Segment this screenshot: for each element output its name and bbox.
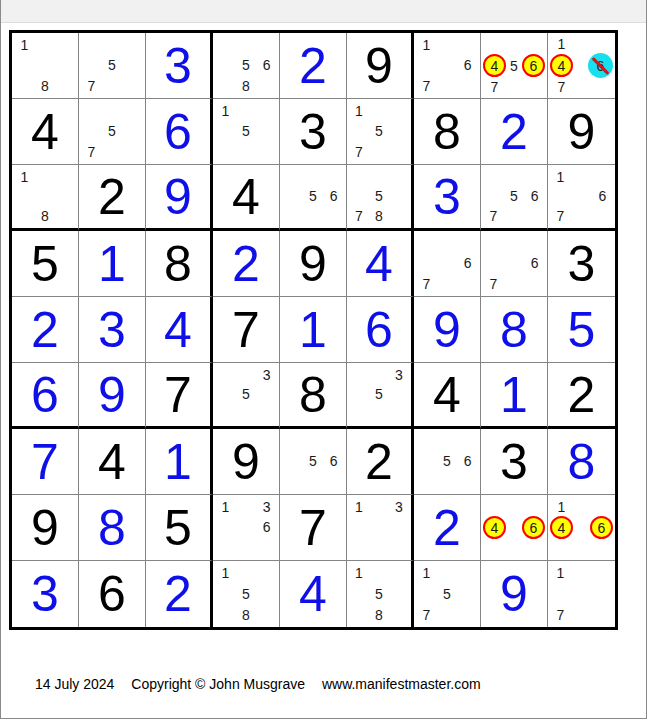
candidate-text: 1 (557, 170, 565, 184)
footer-website[interactable]: www.manifestmaster.com (322, 676, 481, 692)
candidate-text: 3 (395, 500, 403, 514)
candidate-text: 5 (242, 387, 250, 401)
given-digit: 9 (568, 107, 596, 157)
candidate-text: 6 (522, 516, 545, 539)
given-digit: 2 (365, 437, 393, 487)
candidate-text: 8 (41, 209, 49, 223)
solved-digit: 2 (500, 107, 528, 157)
candidate-text: 6 (464, 454, 472, 468)
candidate-text: 6 (522, 54, 545, 77)
cell-r4c6[interactable]: 4 (347, 231, 414, 297)
candidate-1[interactable]: 1 (550, 563, 571, 584)
candidate-8[interactable]: 8 (236, 76, 257, 96)
candidate-1[interactable]: 1 (416, 35, 437, 55)
candidate-7[interactable]: 7 (349, 142, 369, 162)
solved-digit: 6 (365, 305, 393, 355)
cell-r5c3[interactable]: 4 (146, 297, 213, 363)
candidate-text: 6 (464, 256, 472, 270)
candidate-5[interactable]: 5 (102, 121, 123, 141)
cell-r9c2[interactable]: 6 (79, 561, 146, 627)
cell-r2c1[interactable]: 4 (12, 99, 79, 165)
pencil-grid: 35 (213, 363, 279, 426)
cell-r9c8[interactable]: 9 (481, 561, 548, 627)
given-digit: 2 (98, 172, 126, 222)
candidate-8[interactable]: 8 (35, 206, 56, 226)
candidate-1[interactable]: 1 (416, 563, 437, 584)
candidate-5[interactable]: 5 (236, 584, 257, 605)
cell-r3c3[interactable]: 9 (146, 165, 213, 231)
candidate-circled-6[interactable]: 6 (590, 516, 613, 539)
given-digit: 5 (164, 503, 192, 553)
solved-digit: 2 (433, 503, 461, 553)
candidate-text: 5 (443, 587, 451, 601)
candidate-text: 1 (355, 500, 363, 514)
candidate-5[interactable]: 5 (303, 451, 324, 471)
candidate-text: 6 (599, 189, 607, 203)
candidate-text: 7 (489, 209, 497, 223)
candidate-6[interactable]: 6 (457, 55, 478, 75)
given-digit: 4 (31, 107, 59, 157)
solved-digit: 4 (164, 305, 192, 355)
solved-digit: 9 (164, 172, 192, 222)
pencil-grid: 56 (280, 429, 346, 494)
cell-r8c7[interactable]: 2 (414, 495, 481, 561)
solved-digit: 6 (164, 107, 192, 157)
candidate-text: 7 (558, 80, 566, 94)
candidate-text: 3 (395, 368, 403, 382)
solved-digit: 5 (568, 305, 596, 355)
candidate-6[interactable]: 6 (323, 451, 344, 471)
cell-r8c9[interactable]: 146 (548, 495, 615, 561)
cell-r8c6[interactable]: 13 (347, 495, 414, 561)
cell-r8c4[interactable]: 136 (213, 495, 280, 561)
pencil-grid: 4567 (481, 33, 547, 98)
given-digit: 2 (568, 370, 596, 420)
cell-r9c4[interactable]: 158 (213, 561, 280, 627)
solved-digit: 7 (31, 437, 59, 487)
cell-r6c7[interactable]: 4 (414, 363, 481, 429)
candidate-5[interactable]: 5 (506, 54, 522, 77)
candidate-text: 5 (375, 124, 383, 138)
candidate-7[interactable]: 7 (550, 78, 573, 96)
solved-digit: 1 (299, 305, 327, 355)
candidate-text: 5 (242, 124, 250, 138)
given-digit: 9 (31, 503, 59, 553)
cell-r4c8[interactable]: 67 (481, 231, 548, 297)
candidate-7[interactable]: 7 (550, 604, 571, 625)
candidate-text: 5 (375, 387, 383, 401)
candidate-text: 4 (550, 516, 573, 539)
candidate-8[interactable]: 8 (35, 76, 56, 96)
candidate-text: 5 (375, 587, 383, 601)
candidate-7[interactable]: 7 (349, 206, 369, 226)
candidate-7[interactable]: 7 (81, 76, 102, 96)
candidate-8[interactable]: 8 (236, 604, 257, 625)
candidate-text: 8 (242, 79, 250, 93)
cell-r3c7[interactable]: 3 (414, 165, 481, 231)
cell-r6c6[interactable]: 35 (347, 363, 414, 429)
given-digit: 5 (31, 239, 59, 289)
candidate-7[interactable]: 7 (81, 142, 102, 162)
cell-r3c1[interactable]: 18 (12, 165, 79, 231)
candidate-7[interactable]: 7 (483, 206, 504, 226)
candidate-1[interactable]: 1 (550, 167, 571, 187)
cell-r3c9[interactable]: 167 (548, 165, 615, 231)
cell-r9c7[interactable]: 157 (414, 561, 481, 627)
solved-digit: 8 (500, 305, 528, 355)
pencil-grid: 46 (481, 495, 547, 560)
pencil-grid: 56 (414, 429, 480, 494)
solved-digit: 9 (433, 305, 461, 355)
cell-r5c4[interactable]: 7 (213, 297, 280, 363)
given-digit: 7 (164, 370, 192, 420)
cell-r2c5[interactable]: 3 (280, 99, 347, 165)
candidate-5[interactable]: 5 (236, 385, 257, 405)
candidate-5[interactable]: 5 (369, 385, 389, 405)
cell-r1c7[interactable]: 167 (414, 33, 481, 99)
given-digit: 7 (299, 503, 327, 553)
cell-r1c4[interactable]: 568 (213, 33, 280, 99)
pencil-grid: 17 (548, 561, 615, 627)
solved-digit: 6 (31, 370, 59, 420)
candidate-text: 1 (355, 566, 363, 580)
cell-r1c3[interactable]: 3 (146, 33, 213, 99)
cell-r8c8[interactable]: 46 (481, 495, 548, 561)
solved-digit: 3 (164, 41, 192, 91)
solved-digit: 8 (98, 503, 126, 553)
cell-r9c3[interactable]: 2 (146, 561, 213, 627)
candidate-text: 1 (221, 500, 229, 514)
candidate-text: 7 (355, 145, 363, 159)
candidate-text: 1 (557, 566, 565, 580)
candidate-3[interactable]: 3 (389, 365, 409, 385)
sudoku-board: 1857356829167456714674576153157829182945… (9, 30, 618, 630)
pencil-grid: 35 (347, 363, 411, 426)
cell-r3c5[interactable]: 56 (280, 165, 347, 231)
pencil-grid: 1467 (548, 33, 615, 98)
candidate-8[interactable]: 8 (369, 604, 389, 625)
given-digit: 9 (299, 239, 327, 289)
candidate-text: 6 (263, 58, 271, 72)
cell-r7c9[interactable]: 8 (548, 429, 615, 495)
cell-r8c1[interactable]: 9 (12, 495, 79, 561)
cell-r4c2[interactable]: 1 (79, 231, 146, 297)
cell-r7c8[interactable]: 3 (481, 429, 548, 495)
candidate-1[interactable]: 1 (215, 497, 236, 517)
candidate-eliminated-6[interactable]: 6 (588, 53, 613, 78)
cell-r2c9[interactable]: 9 (548, 99, 615, 165)
cell-r1c6[interactable]: 9 (347, 33, 414, 99)
cell-r6c8[interactable]: 1 (481, 363, 548, 429)
candidate-6[interactable]: 6 (524, 187, 545, 207)
solved-digit: 3 (31, 569, 59, 619)
cell-r8c5[interactable]: 7 (280, 495, 347, 561)
candidate-text: 7 (355, 209, 363, 223)
cell-r3c4[interactable]: 4 (213, 165, 280, 231)
cell-r7c6[interactable]: 2 (347, 429, 414, 495)
solved-digit: 2 (31, 305, 59, 355)
candidate-5[interactable]: 5 (437, 451, 458, 471)
pencil-grid: 57 (79, 99, 145, 164)
candidate-text: 8 (375, 209, 383, 223)
candidate-text: 5 (510, 189, 518, 203)
cell-r4c7[interactable]: 67 (414, 231, 481, 297)
candidate-circled-4[interactable]: 4 (550, 516, 573, 539)
cell-r7c2[interactable]: 4 (79, 429, 146, 495)
candidate-text: 1 (558, 37, 566, 51)
candidate-text: 1 (558, 500, 566, 514)
cell-r4c1[interactable]: 5 (12, 231, 79, 297)
solved-digit: 1 (164, 437, 192, 487)
cell-r4c9[interactable]: 3 (548, 231, 615, 297)
solved-digit: 2 (299, 41, 327, 91)
candidate-text: 8 (375, 608, 383, 622)
cell-r7c5[interactable]: 56 (280, 429, 347, 495)
candidate-text: 1 (20, 38, 28, 52)
pencil-grid: 158 (213, 561, 279, 627)
candidate-text: 6 (330, 454, 338, 468)
cell-r2c2[interactable]: 57 (79, 99, 146, 165)
cell-r6c4[interactable]: 35 (213, 363, 280, 429)
cell-r6c2[interactable]: 9 (79, 363, 146, 429)
candidate-text: 7 (491, 80, 499, 94)
cell-r5c8[interactable]: 8 (481, 297, 548, 363)
candidate-text: 7 (87, 79, 95, 93)
candidate-5[interactable]: 5 (303, 187, 324, 207)
candidate-7[interactable]: 7 (416, 604, 437, 625)
given-digit: 8 (164, 239, 192, 289)
pencil-grid: 146 (548, 495, 615, 560)
cell-r5c9[interactable]: 5 (548, 297, 615, 363)
candidate-1[interactable]: 1 (349, 101, 369, 121)
given-digit: 8 (299, 370, 327, 420)
candidate-3[interactable]: 3 (256, 497, 277, 517)
candidate-text: 5 (375, 189, 383, 203)
candidate-text: 6 (588, 53, 613, 78)
cell-r7c7[interactable]: 56 (414, 429, 481, 495)
pencil-grid: 57 (79, 33, 145, 98)
candidate-circled-6[interactable]: 6 (522, 516, 545, 539)
cell-r7c4[interactable]: 9 (213, 429, 280, 495)
candidate-text: 1 (422, 38, 430, 52)
cell-r3c8[interactable]: 567 (481, 165, 548, 231)
candidate-1[interactable]: 1 (215, 563, 236, 584)
candidate-5[interactable]: 5 (102, 55, 123, 75)
cell-r1c5[interactable]: 2 (280, 33, 347, 99)
cell-r2c3[interactable]: 6 (146, 99, 213, 165)
pencil-grid: 18 (12, 33, 78, 98)
pencil-grid: 15 (213, 99, 279, 164)
cell-r4c4[interactable]: 2 (213, 231, 280, 297)
candidate-text: 7 (422, 608, 430, 622)
candidate-5[interactable]: 5 (437, 584, 458, 605)
cell-r6c3[interactable]: 7 (146, 363, 213, 429)
candidate-7[interactable]: 7 (483, 274, 504, 294)
candidate-8[interactable]: 8 (369, 206, 389, 226)
cell-r5c1[interactable]: 2 (12, 297, 79, 363)
pencil-grid: 67 (414, 231, 480, 296)
cell-r9c9[interactable]: 17 (548, 561, 615, 627)
given-digit: 9 (232, 437, 260, 487)
footer: 14 July 2024 Copyright © John Musgrave w… (35, 676, 494, 692)
candidate-text: 1 (355, 104, 363, 118)
given-digit: 8 (433, 107, 461, 157)
cell-r1c1[interactable]: 18 (12, 33, 79, 99)
cell-r8c2[interactable]: 8 (79, 495, 146, 561)
candidate-text: 5 (242, 587, 250, 601)
cell-r2c4[interactable]: 15 (213, 99, 280, 165)
candidate-text: 7 (557, 209, 565, 223)
candidate-text: 5 (309, 189, 317, 203)
given-digit: 7 (232, 305, 260, 355)
cell-r5c5[interactable]: 1 (280, 297, 347, 363)
candidate-text: 8 (242, 608, 250, 622)
candidate-text: 7 (422, 79, 430, 93)
candidate-text: 5 (242, 58, 250, 72)
pencil-grid: 568 (213, 33, 279, 98)
solved-digit: 3 (433, 172, 461, 222)
solved-digit: 9 (98, 370, 126, 420)
candidate-text: 7 (422, 277, 430, 291)
solved-digit: 3 (98, 305, 126, 355)
given-digit: 4 (433, 370, 461, 420)
candidate-6[interactable]: 6 (592, 187, 613, 207)
candidate-1[interactable]: 1 (215, 101, 236, 121)
pencil-grid: 136 (213, 495, 279, 560)
cell-r9c6[interactable]: 158 (347, 561, 414, 627)
candidate-1[interactable]: 1 (550, 497, 573, 516)
candidate-circled-4[interactable]: 4 (550, 53, 573, 78)
given-digit: 3 (568, 239, 596, 289)
cell-r3c6[interactable]: 578 (347, 165, 414, 231)
candidate-text: 6 (464, 58, 472, 72)
candidate-text: 6 (263, 520, 271, 534)
candidate-7[interactable]: 7 (416, 274, 437, 294)
cell-r2c6[interactable]: 157 (347, 99, 414, 165)
candidate-6[interactable]: 6 (524, 253, 545, 273)
candidate-5[interactable]: 5 (504, 187, 525, 207)
footer-copyright: Copyright © John Musgrave (131, 676, 305, 692)
candidate-text: 5 (309, 454, 317, 468)
candidate-text: 5 (443, 454, 451, 468)
solved-digit: 1 (500, 370, 528, 420)
candidate-text: 3 (263, 368, 271, 382)
given-digit: 3 (299, 107, 327, 157)
pencil-grid: 167 (414, 33, 480, 98)
candidate-7[interactable]: 7 (550, 206, 571, 226)
solved-digit: 8 (568, 437, 596, 487)
candidate-6[interactable]: 6 (256, 55, 277, 75)
cell-r5c2[interactable]: 3 (79, 297, 146, 363)
candidate-3[interactable]: 3 (389, 497, 409, 517)
candidate-7[interactable]: 7 (483, 77, 506, 96)
candidate-1[interactable]: 1 (14, 35, 35, 55)
given-digit: 9 (365, 41, 393, 91)
cell-r1c2[interactable]: 57 (79, 33, 146, 99)
candidate-1[interactable]: 1 (349, 497, 369, 517)
candidate-7[interactable]: 7 (416, 76, 437, 96)
solved-digit: 9 (500, 569, 528, 619)
candidate-text: 5 (108, 124, 116, 138)
candidate-circled-4[interactable]: 4 (483, 54, 506, 77)
candidate-text: 4 (550, 54, 573, 77)
cell-r5c6[interactable]: 6 (347, 297, 414, 363)
candidate-text: 7 (489, 277, 497, 291)
cell-r6c9[interactable]: 2 (548, 363, 615, 429)
candidate-5[interactable]: 5 (236, 121, 257, 141)
pencil-grid: 157 (347, 99, 411, 164)
solved-digit: 2 (164, 569, 192, 619)
candidate-5[interactable]: 5 (369, 187, 389, 207)
pencil-grid: 67 (481, 231, 547, 296)
cell-r9c5[interactable]: 4 (280, 561, 347, 627)
candidate-6[interactable]: 6 (323, 187, 344, 207)
pencil-grid: 567 (481, 165, 547, 228)
candidate-circled-4[interactable]: 4 (483, 516, 506, 539)
cell-r9c1[interactable]: 3 (12, 561, 79, 627)
candidate-6[interactable]: 6 (457, 451, 478, 471)
cell-r1c8[interactable]: 4567 (481, 33, 548, 99)
candidate-6[interactable]: 6 (256, 517, 277, 537)
pencil-grid: 56 (280, 165, 346, 228)
candidate-text: 1 (20, 170, 28, 184)
footer-date: 14 July 2024 (35, 676, 114, 692)
candidate-1[interactable]: 1 (550, 35, 573, 53)
candidate-3[interactable]: 3 (256, 365, 277, 385)
cell-r3c2[interactable]: 2 (79, 165, 146, 231)
cell-r5c7[interactable]: 9 (414, 297, 481, 363)
top-toolbar-strip (0, 0, 647, 23)
cell-r8c3[interactable]: 5 (146, 495, 213, 561)
cell-r6c1[interactable]: 6 (12, 363, 79, 429)
cell-r4c3[interactable]: 8 (146, 231, 213, 297)
solved-digit: 1 (98, 239, 126, 289)
cell-r7c1[interactable]: 7 (12, 429, 79, 495)
candidate-text: 6 (590, 516, 613, 539)
given-digit: 6 (98, 569, 126, 619)
solved-digit: 2 (232, 239, 260, 289)
given-digit: 4 (98, 437, 126, 487)
candidate-circled-6[interactable]: 6 (522, 54, 545, 77)
cell-r2c7[interactable]: 8 (414, 99, 481, 165)
pencil-grid: 13 (347, 495, 411, 560)
candidate-6[interactable]: 6 (457, 253, 478, 273)
pencil-grid: 167 (548, 165, 615, 228)
cell-r4c5[interactable]: 9 (280, 231, 347, 297)
candidate-5[interactable]: 5 (369, 584, 389, 605)
candidate-text: 5 (510, 59, 518, 73)
candidate-text: 1 (221, 566, 229, 580)
cell-r2c8[interactable]: 2 (481, 99, 548, 165)
pencil-grid: 578 (347, 165, 411, 228)
candidate-1[interactable]: 1 (14, 167, 35, 187)
given-digit: 3 (500, 437, 528, 487)
candidate-text: 4 (483, 54, 506, 77)
candidate-text: 6 (330, 189, 338, 203)
candidate-text: 1 (221, 104, 229, 118)
candidate-text: 6 (531, 189, 539, 203)
cell-r7c3[interactable]: 1 (146, 429, 213, 495)
pencil-grid: 18 (12, 165, 78, 228)
cell-r6c5[interactable]: 8 (280, 363, 347, 429)
pencil-grid: 158 (347, 561, 411, 627)
pencil-grid: 157 (414, 561, 480, 627)
cell-r1c9[interactable]: 1467 (548, 33, 615, 99)
given-digit: 4 (232, 172, 260, 222)
candidate-1[interactable]: 1 (349, 563, 369, 584)
candidate-5[interactable]: 5 (369, 121, 389, 141)
candidate-5[interactable]: 5 (236, 55, 257, 75)
